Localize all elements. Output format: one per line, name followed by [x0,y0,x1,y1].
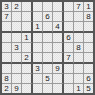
cell-r1c5[interactable] [43,2,53,12]
cell-r1c3[interactable] [22,2,33,12]
cell-r4c2[interactable] [12,33,22,43]
cell-r3c7[interactable] [64,22,74,33]
cell-r5c9[interactable] [84,43,93,53]
cell-r9c9[interactable]: 5 [84,84,93,93]
cell-r6c5[interactable] [43,53,53,64]
cell-r7c7[interactable] [64,64,74,74]
cell-r9c4[interactable] [33,84,43,93]
cell-r3c3[interactable] [22,22,33,33]
cell-r3c1[interactable] [2,22,12,33]
cell-r8c5[interactable]: 5 [43,74,53,84]
cell-r6c6[interactable] [53,53,64,64]
cell-r9c1[interactable]: 2 [2,84,12,93]
cell-r4c1[interactable] [2,33,12,43]
cell-r7c4[interactable]: 3 [33,64,43,74]
sudoku-board: 327176814163827398562915 [0,0,95,95]
cell-r5c1[interactable] [2,43,12,53]
cell-r2c6[interactable] [53,12,64,22]
cell-r6c9[interactable] [84,53,93,64]
cell-r8c7[interactable] [64,74,74,84]
cell-r8c6[interactable] [53,74,64,84]
cell-r8c2[interactable] [12,74,22,84]
cell-r2c2[interactable] [12,12,22,22]
cell-r5c4[interactable] [33,43,43,53]
cell-r6c7[interactable]: 7 [64,53,74,64]
cell-r7c9[interactable] [84,64,93,74]
cell-r6c4[interactable] [33,53,43,64]
cell-r2c1[interactable]: 7 [2,12,12,22]
cell-r9c7[interactable] [64,84,74,93]
cell-r4c7[interactable]: 6 [64,33,74,43]
cell-r7c8[interactable] [74,64,84,74]
cell-r2c8[interactable] [74,12,84,22]
cell-r5c3[interactable] [22,43,33,53]
cell-r1c4[interactable] [33,2,43,12]
cell-r1c2[interactable]: 2 [12,2,22,12]
cell-r4c5[interactable] [43,33,53,43]
cell-r7c3[interactable] [22,64,33,74]
cell-r7c5[interactable] [43,64,53,74]
cell-r1c9[interactable]: 1 [84,2,93,12]
cell-r1c7[interactable] [64,2,74,12]
cell-r6c2[interactable] [12,53,22,64]
cell-r7c6[interactable]: 9 [53,64,64,74]
cell-r3c8[interactable] [74,22,84,33]
cell-r9c5[interactable] [43,84,53,93]
cell-r8c9[interactable]: 6 [84,74,93,84]
cell-r5c8[interactable]: 8 [74,43,84,53]
cell-r1c8[interactable]: 7 [74,2,84,12]
cell-r3c9[interactable] [84,22,93,33]
cell-r4c4[interactable] [33,33,43,43]
cell-r6c8[interactable] [74,53,84,64]
cell-r3c4[interactable]: 1 [33,22,43,33]
cell-r8c4[interactable] [33,74,43,84]
cell-r4c9[interactable] [84,33,93,43]
cell-r4c8[interactable] [74,33,84,43]
cell-r2c3[interactable] [22,12,33,22]
cell-r2c5[interactable]: 6 [43,12,53,22]
cell-r4c6[interactable] [53,33,64,43]
cell-r1c1[interactable]: 3 [2,2,12,12]
cell-r2c9[interactable]: 8 [84,12,93,22]
cell-r5c6[interactable] [53,43,64,53]
cell-r8c1[interactable]: 8 [2,74,12,84]
cell-r4c3[interactable]: 1 [22,33,33,43]
cell-r7c2[interactable] [12,64,22,74]
cell-r9c6[interactable] [53,84,64,93]
cell-r5c7[interactable] [64,43,74,53]
cell-r8c3[interactable] [22,74,33,84]
cell-r5c2[interactable]: 3 [12,43,22,53]
cell-r3c2[interactable] [12,22,22,33]
cell-r2c4[interactable] [33,12,43,22]
cell-r5c5[interactable] [43,43,53,53]
cell-r7c1[interactable] [2,64,12,74]
cell-r3c6[interactable]: 4 [53,22,64,33]
cell-r2c7[interactable] [64,12,74,22]
cell-r9c2[interactable]: 9 [12,84,22,93]
cell-r6c1[interactable] [2,53,12,64]
cell-r1c6[interactable] [53,2,64,12]
cell-r9c3[interactable] [22,84,33,93]
cell-r6c3[interactable]: 2 [22,53,33,64]
cell-r8c8[interactable] [74,74,84,84]
cell-r3c5[interactable] [43,22,53,33]
cell-r9c8[interactable]: 1 [74,84,84,93]
